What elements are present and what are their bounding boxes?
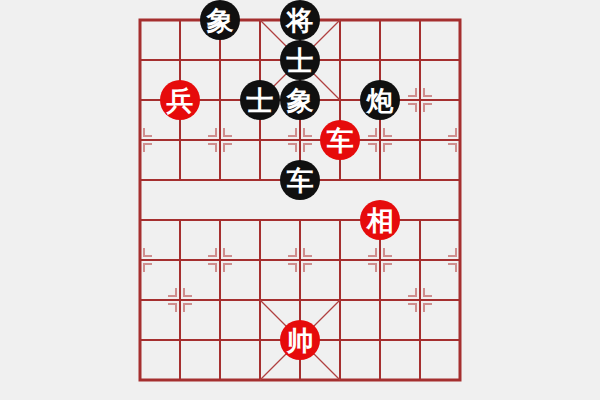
xiangqi-app-canvas: 象将士士象炮兵车车相帅 — [0, 0, 600, 400]
piece-black-cannon[interactable]: 炮 — [360, 80, 400, 120]
piece-black-elephant[interactable]: 象 — [200, 0, 240, 40]
piece-red-general[interactable]: 帅 — [280, 320, 320, 360]
piece-black-elephant[interactable]: 象 — [280, 80, 320, 120]
piece-black-advisor[interactable]: 士 — [280, 40, 320, 80]
piece-red-elephant[interactable]: 相 — [360, 200, 400, 240]
piece-black-chariot[interactable]: 车 — [280, 160, 320, 200]
piece-red-chariot[interactable]: 车 — [320, 120, 360, 160]
piece-black-advisor[interactable]: 士 — [240, 80, 280, 120]
piece-red-soldier[interactable]: 兵 — [160, 80, 200, 120]
pieces-layer: 象将士士象炮兵车车相帅 — [0, 0, 600, 400]
piece-black-general[interactable]: 将 — [280, 0, 320, 40]
